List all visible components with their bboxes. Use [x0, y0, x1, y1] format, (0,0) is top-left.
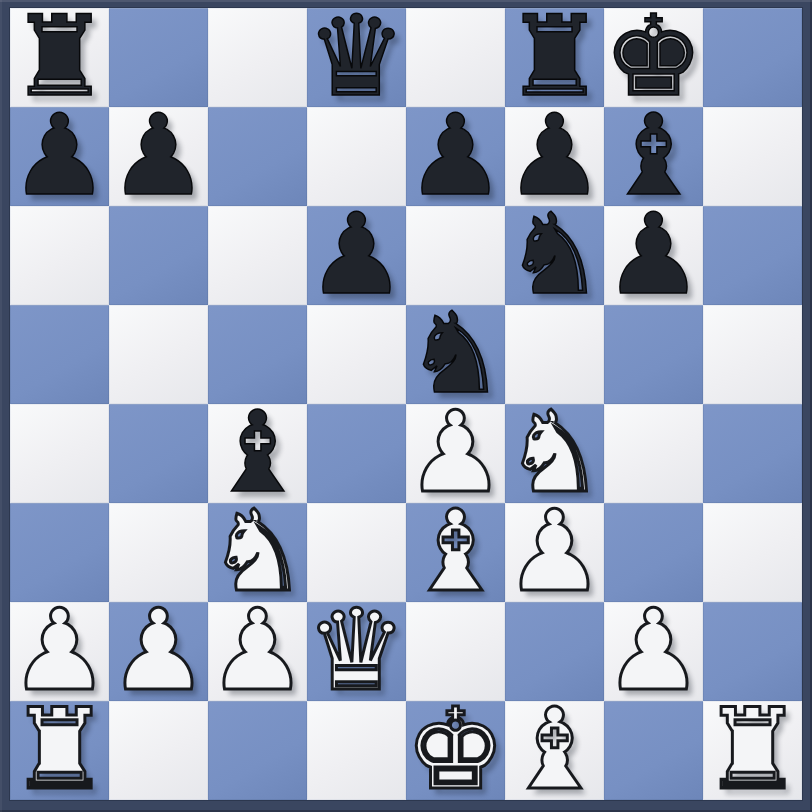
square-g2[interactable]: ♟ [604, 602, 703, 701]
square-d1[interactable] [307, 701, 406, 800]
square-d8[interactable]: ♛ [307, 8, 406, 107]
board-frame: ♜♛♜♚♟♟♟♟♝♟♞♟♞♝♟♞♞♝♟♟♟♟♛♟♜♚♝♜ [0, 0, 812, 812]
white-rook[interactable]: ♜ [702, 693, 802, 805]
square-c1[interactable] [208, 701, 307, 800]
square-d6[interactable]: ♟ [307, 206, 406, 305]
white-pawn[interactable]: ♟ [108, 594, 208, 706]
square-a6[interactable] [10, 206, 109, 305]
square-a7[interactable]: ♟ [10, 107, 109, 206]
square-g1[interactable] [604, 701, 703, 800]
black-pawn[interactable]: ♟ [9, 99, 109, 211]
square-d5[interactable] [307, 305, 406, 404]
white-bishop[interactable]: ♝ [504, 693, 604, 805]
square-h3[interactable] [703, 503, 802, 602]
square-e1[interactable]: ♚ [406, 701, 505, 800]
square-c8[interactable] [208, 8, 307, 107]
white-bishop[interactable]: ♝ [405, 495, 505, 607]
square-a1[interactable]: ♜ [10, 701, 109, 800]
white-pawn[interactable]: ♟ [207, 594, 307, 706]
square-e3[interactable]: ♝ [406, 503, 505, 602]
square-b7[interactable]: ♟ [109, 107, 208, 206]
square-f6[interactable]: ♞ [505, 206, 604, 305]
square-b1[interactable] [109, 701, 208, 800]
square-b4[interactable] [109, 404, 208, 503]
white-king[interactable]: ♚ [405, 693, 505, 805]
black-pawn[interactable]: ♟ [306, 198, 406, 310]
black-queen[interactable]: ♛ [306, 0, 406, 112]
black-knight[interactable]: ♞ [504, 198, 604, 310]
square-b2[interactable]: ♟ [109, 602, 208, 701]
square-d4[interactable] [307, 404, 406, 503]
chess-board: ♜♛♜♚♟♟♟♟♝♟♞♟♞♝♟♞♞♝♟♟♟♟♛♟♜♚♝♜ [10, 8, 802, 800]
white-queen[interactable]: ♛ [306, 594, 406, 706]
square-a4[interactable] [10, 404, 109, 503]
square-h7[interactable] [703, 107, 802, 206]
square-g5[interactable] [604, 305, 703, 404]
square-d2[interactable]: ♛ [307, 602, 406, 701]
black-pawn[interactable]: ♟ [405, 99, 505, 211]
square-h1[interactable]: ♜ [703, 701, 802, 800]
square-h6[interactable] [703, 206, 802, 305]
square-a5[interactable] [10, 305, 109, 404]
square-c7[interactable] [208, 107, 307, 206]
square-h8[interactable] [703, 8, 802, 107]
square-h5[interactable] [703, 305, 802, 404]
square-c2[interactable]: ♟ [208, 602, 307, 701]
square-b5[interactable] [109, 305, 208, 404]
square-c6[interactable] [208, 206, 307, 305]
white-pawn[interactable]: ♟ [504, 495, 604, 607]
square-f1[interactable]: ♝ [505, 701, 604, 800]
square-g6[interactable]: ♟ [604, 206, 703, 305]
square-e7[interactable]: ♟ [406, 107, 505, 206]
square-h4[interactable] [703, 404, 802, 503]
black-pawn[interactable]: ♟ [108, 99, 208, 211]
white-rook[interactable]: ♜ [9, 693, 109, 805]
square-b6[interactable] [109, 206, 208, 305]
square-g4[interactable] [604, 404, 703, 503]
white-pawn[interactable]: ♟ [603, 594, 703, 706]
square-f3[interactable]: ♟ [505, 503, 604, 602]
black-pawn[interactable]: ♟ [603, 198, 703, 310]
